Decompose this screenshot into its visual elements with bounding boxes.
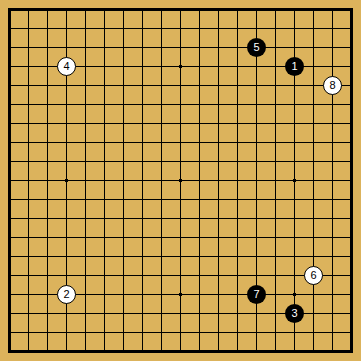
star-point [179,65,182,68]
stone-white-D16: 4 [57,57,76,76]
board-grid: 12345678 [0,0,361,361]
stone-black-Q16: 1 [285,57,304,76]
stone-white-R5: 6 [304,266,323,285]
star-point [293,293,296,296]
star-point [65,179,68,182]
star-point [293,179,296,182]
go-board: 12345678 [0,0,361,361]
stone-white-S15: 8 [323,76,342,95]
star-point [179,293,182,296]
stone-white-D4: 2 [57,285,76,304]
stone-black-Q3: 3 [285,304,304,323]
star-point [179,179,182,182]
stone-black-O4: 7 [247,285,266,304]
stone-black-O17: 5 [247,38,266,57]
